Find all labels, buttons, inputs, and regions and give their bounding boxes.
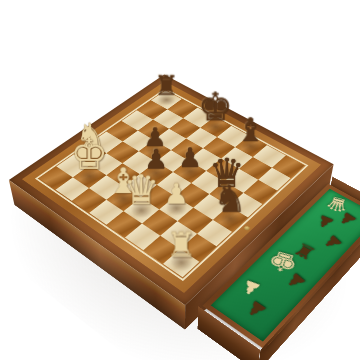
drawer-piece-black-pawn-6[interactable]: ♟ xyxy=(281,270,310,293)
piece-black-rook-a8[interactable]: ♜ xyxy=(147,73,187,100)
piece-white-rook-h1[interactable]: ♜ xyxy=(156,229,206,263)
drawer-piece-white-king-5[interactable]: ♚ xyxy=(264,246,301,278)
drawer-piece-white-queen-0[interactable]: ♛ xyxy=(323,193,351,216)
drawer-piece-white-pawn-7[interactable]: ♟ xyxy=(237,277,263,299)
drawer-piece-black-rook-4[interactable]: ♜ xyxy=(291,239,320,262)
piece-white-queen-e2[interactable]: ♛ xyxy=(118,169,164,210)
piece-black-knight-h4[interactable]: ♞ xyxy=(207,181,254,218)
product-photo-scene: ♜♚♝♟♟♛♟♞♞♟♚♝♛♜ ♛♟♟♟♜♚♟♟♟ xyxy=(0,0,360,360)
chess-box: ♜♚♝♟♟♛♟♞♞♟♚♝♛♜ ♛♟♟♟♜♚♟♟♟ xyxy=(9,75,334,306)
drawer-piece-black-pawn-8[interactable]: ♟ xyxy=(242,297,271,322)
piece-black-bishop-f8[interactable]: ♝ xyxy=(230,113,272,146)
drawer-piece-black-pawn-3[interactable]: ♟ xyxy=(318,232,346,252)
drawer-piece-black-pawn-2[interactable]: ♟ xyxy=(313,213,337,232)
drawer-piece-black-pawn-1[interactable]: ♟ xyxy=(333,210,359,230)
